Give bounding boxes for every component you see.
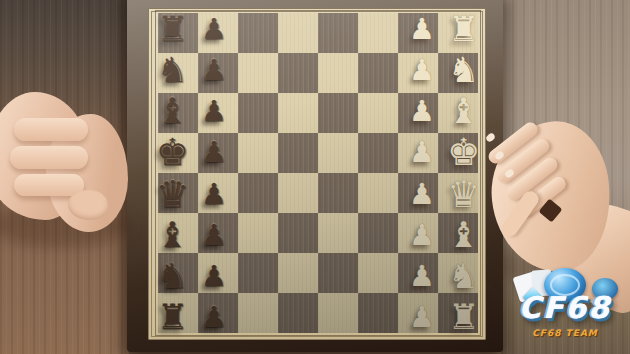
- square-f3[interactable]: [358, 93, 398, 133]
- square-e7[interactable]: ♟: [198, 133, 238, 173]
- piece-bR-a8[interactable]: ♜: [157, 300, 188, 335]
- piece-wK-e1[interactable]: ♚: [447, 134, 480, 171]
- piece-bB-f8[interactable]: ♝: [157, 94, 188, 129]
- square-b6[interactable]: [238, 253, 278, 293]
- piece-bK-e8[interactable]: ♚: [156, 134, 189, 171]
- square-f2[interactable]: ♟: [398, 93, 438, 133]
- square-c8[interactable]: ♝: [158, 213, 198, 253]
- square-b2[interactable]: ♟: [398, 253, 438, 293]
- piece-wP-e2[interactable]: ♟: [409, 138, 435, 167]
- left-player-hands: [0, 84, 142, 256]
- square-h2[interactable]: ♟: [398, 13, 438, 53]
- square-f8[interactable]: ♝: [158, 93, 198, 133]
- square-h8[interactable]: ♜: [158, 13, 198, 53]
- square-a4[interactable]: [318, 293, 358, 333]
- piece-bQ-d8[interactable]: ♛: [156, 175, 189, 212]
- square-a2[interactable]: ♟: [398, 293, 438, 333]
- square-f6[interactable]: [238, 93, 278, 133]
- square-h1[interactable]: ♜: [438, 13, 478, 53]
- piece-bP-c7[interactable]: ♟: [201, 220, 227, 249]
- square-b8[interactable]: ♞: [158, 253, 198, 293]
- square-g5[interactable]: [278, 53, 318, 93]
- square-c7[interactable]: ♟: [198, 213, 238, 253]
- square-c5[interactable]: [278, 213, 318, 253]
- square-b1[interactable]: ♞: [438, 253, 478, 293]
- square-d6[interactable]: [238, 173, 278, 213]
- square-g3[interactable]: [358, 53, 398, 93]
- square-b5[interactable]: [278, 253, 318, 293]
- square-e3[interactable]: [358, 133, 398, 173]
- square-h6[interactable]: [238, 13, 278, 53]
- left-finger: [10, 146, 88, 169]
- square-a5[interactable]: [278, 293, 318, 333]
- piece-bP-h7[interactable]: ♟: [201, 14, 227, 43]
- square-e4[interactable]: [318, 133, 358, 173]
- square-c2[interactable]: ♟: [398, 213, 438, 253]
- square-e5[interactable]: [278, 133, 318, 173]
- square-h7[interactable]: ♟: [198, 13, 238, 53]
- square-d1[interactable]: ♛: [438, 173, 478, 213]
- piece-bN-b8[interactable]: ♞: [157, 259, 188, 294]
- piece-wN-g1[interactable]: ♞: [448, 53, 479, 88]
- piece-wP-g2[interactable]: ♟: [409, 56, 435, 85]
- square-g4[interactable]: [318, 53, 358, 93]
- square-h3[interactable]: [358, 13, 398, 53]
- square-d4[interactable]: [318, 173, 358, 213]
- square-a3[interactable]: [358, 293, 398, 333]
- square-b7[interactable]: ♟: [198, 253, 238, 293]
- square-g7[interactable]: ♟: [198, 53, 238, 93]
- piece-bP-f7[interactable]: ♟: [201, 97, 227, 126]
- square-f4[interactable]: [318, 93, 358, 133]
- piece-wP-f2[interactable]: ♟: [409, 97, 435, 126]
- piece-bR-h8[interactable]: ♜: [157, 11, 188, 46]
- piece-wB-c1[interactable]: ♝: [448, 217, 479, 252]
- square-d2[interactable]: ♟: [398, 173, 438, 213]
- square-e2[interactable]: ♟: [398, 133, 438, 173]
- square-g2[interactable]: ♟: [398, 53, 438, 93]
- piece-bP-g7[interactable]: ♟: [201, 56, 227, 85]
- fingernail: [485, 132, 496, 143]
- cf68-watermark-logo: CF68 CF68 TEAM: [504, 268, 626, 352]
- board-grid: ♜♟♟♜♞♟♟♞♝♟♟♝♚♟♟♚♛♟♟♛♝♟♟♝♞♟♟♞♜♟♟♜: [158, 13, 478, 333]
- square-g8[interactable]: ♞: [158, 53, 198, 93]
- square-a8[interactable]: ♜: [158, 293, 198, 333]
- piece-wR-a1[interactable]: ♜: [448, 300, 479, 335]
- square-d3[interactable]: [358, 173, 398, 213]
- piece-wP-b2[interactable]: ♟: [409, 262, 435, 291]
- square-c3[interactable]: [358, 213, 398, 253]
- watermark-subtitle: CF68 TEAM: [504, 328, 626, 338]
- square-a7[interactable]: ♟: [198, 293, 238, 333]
- piece-wP-d2[interactable]: ♟: [409, 179, 435, 208]
- square-a1[interactable]: ♜: [438, 293, 478, 333]
- piece-wR-h1[interactable]: ♜: [448, 11, 479, 46]
- square-d5[interactable]: [278, 173, 318, 213]
- piece-wP-a2[interactable]: ♟: [409, 303, 435, 332]
- square-e8[interactable]: ♚: [158, 133, 198, 173]
- square-c4[interactable]: [318, 213, 358, 253]
- square-g6[interactable]: [238, 53, 278, 93]
- square-f5[interactable]: [278, 93, 318, 133]
- square-d8[interactable]: ♛: [158, 173, 198, 213]
- square-e1[interactable]: ♚: [438, 133, 478, 173]
- piece-wP-h2[interactable]: ♟: [409, 14, 435, 43]
- square-g1[interactable]: ♞: [438, 53, 478, 93]
- chess-board: ♜♟♟♜♞♟♟♞♝♟♟♝♚♟♟♚♛♟♟♛♝♟♟♝♞♟♟♞♜♟♟♜: [127, 0, 503, 352]
- piece-bP-d7[interactable]: ♟: [201, 179, 227, 208]
- piece-bP-a7[interactable]: ♟: [201, 303, 227, 332]
- watermark-title: CF68: [504, 290, 626, 325]
- square-a6[interactable]: [238, 293, 278, 333]
- piece-bB-c8[interactable]: ♝: [157, 217, 188, 252]
- square-h4[interactable]: [318, 13, 358, 53]
- square-c1[interactable]: ♝: [438, 213, 478, 253]
- square-d7[interactable]: ♟: [198, 173, 238, 213]
- square-f1[interactable]: ♝: [438, 93, 478, 133]
- square-e6[interactable]: [238, 133, 278, 173]
- piece-wB-f1[interactable]: ♝: [448, 94, 479, 129]
- square-b3[interactable]: [358, 253, 398, 293]
- piece-wP-c2[interactable]: ♟: [409, 220, 435, 249]
- square-c6[interactable]: [238, 213, 278, 253]
- square-h5[interactable]: [278, 13, 318, 53]
- square-f7[interactable]: ♟: [198, 93, 238, 133]
- piece-bP-e7[interactable]: ♟: [201, 138, 227, 167]
- left-finger: [14, 118, 88, 141]
- left-thumb: [68, 190, 108, 220]
- piece-bN-g8[interactable]: ♞: [157, 53, 188, 88]
- piece-wQ-d1[interactable]: ♛: [447, 175, 480, 212]
- piece-wN-b1[interactable]: ♞: [448, 259, 479, 294]
- piece-bP-b7[interactable]: ♟: [201, 262, 227, 291]
- square-b4[interactable]: [318, 253, 358, 293]
